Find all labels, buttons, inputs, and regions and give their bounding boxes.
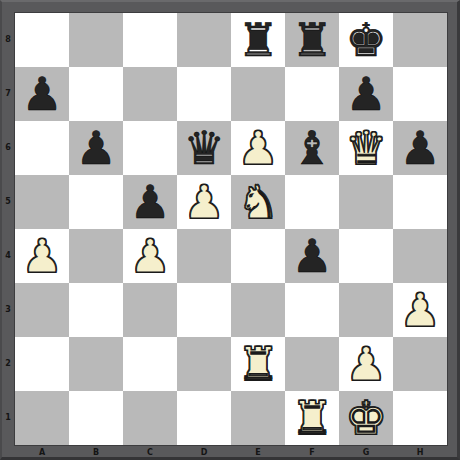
- square-f8[interactable]: ♜: [285, 13, 339, 67]
- square-c2[interactable]: [123, 337, 177, 391]
- square-d7[interactable]: [177, 67, 231, 121]
- square-f6[interactable]: ♝: [285, 121, 339, 175]
- square-f5[interactable]: [285, 175, 339, 229]
- square-e8[interactable]: ♜: [231, 13, 285, 67]
- rank-label-3: 3: [2, 283, 14, 337]
- square-a3[interactable]: [15, 283, 69, 337]
- square-a6[interactable]: [15, 121, 69, 175]
- square-e1[interactable]: [231, 391, 285, 445]
- square-g8[interactable]: ♚: [339, 13, 393, 67]
- square-h5[interactable]: [393, 175, 447, 229]
- square-f3[interactable]: [285, 283, 339, 337]
- square-f1[interactable]: ♜: [285, 391, 339, 445]
- square-a2[interactable]: [15, 337, 69, 391]
- square-f4[interactable]: ♟: [285, 229, 339, 283]
- square-e6[interactable]: ♟: [231, 121, 285, 175]
- square-b3[interactable]: [69, 283, 123, 337]
- rank-label-1: 1: [2, 391, 14, 445]
- piece-white-pawn-d5[interactable]: ♟: [183, 175, 224, 229]
- square-d3[interactable]: [177, 283, 231, 337]
- square-g5[interactable]: [339, 175, 393, 229]
- square-f2[interactable]: [285, 337, 339, 391]
- square-h3[interactable]: ♟: [393, 283, 447, 337]
- piece-black-pawn-a7[interactable]: ♟: [21, 67, 62, 121]
- square-e5[interactable]: ♞: [231, 175, 285, 229]
- square-b1[interactable]: [69, 391, 123, 445]
- square-h2[interactable]: [393, 337, 447, 391]
- square-d6[interactable]: ♛: [177, 121, 231, 175]
- file-label-a: A: [15, 446, 69, 460]
- square-e7[interactable]: [231, 67, 285, 121]
- piece-white-rook-e2[interactable]: ♜: [237, 337, 278, 391]
- square-a7[interactable]: ♟: [15, 67, 69, 121]
- piece-black-pawn-f4[interactable]: ♟: [291, 229, 332, 283]
- rank-label-6: 6: [2, 121, 14, 175]
- piece-white-queen-g6[interactable]: ♛: [345, 121, 386, 175]
- square-g2[interactable]: ♟: [339, 337, 393, 391]
- square-g6[interactable]: ♛: [339, 121, 393, 175]
- piece-black-bishop-f6[interactable]: ♝: [291, 121, 332, 175]
- file-label-g: G: [339, 446, 393, 460]
- square-c6[interactable]: [123, 121, 177, 175]
- file-label-c: C: [123, 446, 177, 460]
- square-b2[interactable]: [69, 337, 123, 391]
- file-label-d: D: [177, 446, 231, 460]
- square-c3[interactable]: [123, 283, 177, 337]
- square-a5[interactable]: [15, 175, 69, 229]
- square-h1[interactable]: [393, 391, 447, 445]
- piece-white-rook-f1[interactable]: ♜: [291, 391, 332, 445]
- square-d5[interactable]: ♟: [177, 175, 231, 229]
- piece-black-rook-e8[interactable]: ♜: [237, 13, 278, 67]
- square-c5[interactable]: ♟: [123, 175, 177, 229]
- square-c1[interactable]: [123, 391, 177, 445]
- piece-black-pawn-c5[interactable]: ♟: [129, 175, 170, 229]
- square-h7[interactable]: [393, 67, 447, 121]
- square-h4[interactable]: [393, 229, 447, 283]
- square-f7[interactable]: [285, 67, 339, 121]
- square-a8[interactable]: [15, 13, 69, 67]
- square-e3[interactable]: [231, 283, 285, 337]
- square-c4[interactable]: ♟: [123, 229, 177, 283]
- square-b5[interactable]: [69, 175, 123, 229]
- rank-label-4: 4: [2, 229, 14, 283]
- piece-white-knight-e5[interactable]: ♞: [237, 175, 278, 229]
- square-h6[interactable]: ♟: [393, 121, 447, 175]
- chess-board-frame: 87654321 ♜♜♚♟♟♟♛♟♝♛♟♟♟♞♟♟♟♟♜♟♜♚ ABCDEFGH: [0, 0, 460, 460]
- square-e2[interactable]: ♜: [231, 337, 285, 391]
- file-label-h: H: [393, 446, 447, 460]
- square-b6[interactable]: ♟: [69, 121, 123, 175]
- rank-label-5: 5: [2, 175, 14, 229]
- square-g1[interactable]: ♚: [339, 391, 393, 445]
- rank-label-7: 7: [2, 67, 14, 121]
- file-label-b: B: [69, 446, 123, 460]
- piece-black-king-g8[interactable]: ♚: [345, 13, 386, 67]
- file-label-f: F: [285, 446, 339, 460]
- piece-black-rook-f8[interactable]: ♜: [291, 13, 332, 67]
- piece-black-pawn-h6[interactable]: ♟: [399, 121, 440, 175]
- square-e4[interactable]: [231, 229, 285, 283]
- square-b4[interactable]: [69, 229, 123, 283]
- square-c7[interactable]: [123, 67, 177, 121]
- piece-white-pawn-c4[interactable]: ♟: [129, 229, 170, 283]
- chess-board: ♜♜♚♟♟♟♛♟♝♛♟♟♟♞♟♟♟♟♜♟♜♚: [15, 13, 447, 445]
- square-c8[interactable]: [123, 13, 177, 67]
- square-d4[interactable]: [177, 229, 231, 283]
- rank-label-8: 8: [2, 13, 14, 67]
- square-a4[interactable]: ♟: [15, 229, 69, 283]
- square-h8[interactable]: [393, 13, 447, 67]
- piece-black-pawn-g7[interactable]: ♟: [345, 67, 386, 121]
- square-b8[interactable]: [69, 13, 123, 67]
- square-g4[interactable]: [339, 229, 393, 283]
- square-g3[interactable]: [339, 283, 393, 337]
- square-a1[interactable]: [15, 391, 69, 445]
- piece-black-queen-d6[interactable]: ♛: [183, 121, 224, 175]
- piece-white-pawn-h3[interactable]: ♟: [399, 283, 440, 337]
- square-d2[interactable]: [177, 337, 231, 391]
- square-g7[interactable]: ♟: [339, 67, 393, 121]
- rank-labels: 87654321: [2, 13, 15, 445]
- file-labels: ABCDEFGH: [15, 446, 447, 460]
- piece-white-pawn-g2[interactable]: ♟: [345, 337, 386, 391]
- piece-black-pawn-b6[interactable]: ♟: [75, 121, 116, 175]
- piece-white-king-g1[interactable]: ♚: [345, 391, 386, 445]
- piece-white-pawn-e6[interactable]: ♟: [237, 121, 278, 175]
- square-d8[interactable]: [177, 13, 231, 67]
- square-b7[interactable]: [69, 67, 123, 121]
- rank-label-2: 2: [2, 337, 14, 391]
- square-d1[interactable]: [177, 391, 231, 445]
- file-label-e: E: [231, 446, 285, 460]
- piece-white-pawn-a4[interactable]: ♟: [21, 229, 62, 283]
